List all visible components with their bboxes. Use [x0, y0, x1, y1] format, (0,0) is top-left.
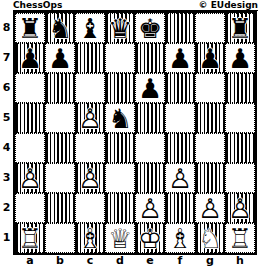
square-c5[interactable]: ♟♙ — [75, 103, 105, 133]
square-b3[interactable] — [45, 163, 75, 193]
square-e4[interactable] — [135, 133, 165, 163]
square-f8[interactable] — [165, 13, 195, 43]
square-e8[interactable]: ♚ — [135, 13, 165, 43]
square-f3[interactable]: ♟♙ — [165, 163, 195, 193]
black-knight-piece: ♞ — [106, 104, 134, 132]
square-e7[interactable] — [135, 43, 165, 73]
square-f1[interactable]: ♝♗ — [165, 223, 195, 253]
rank-label-2: 2 — [0, 193, 13, 223]
piece-glyph-outline: ♗ — [166, 224, 194, 252]
piece-glyph-outline: ♖ — [16, 224, 44, 252]
file-label-b: b — [45, 255, 75, 267]
square-b8[interactable]: ♞ — [45, 13, 75, 43]
black-knight-piece: ♞ — [46, 14, 74, 42]
piece-glyph-outline: ♖ — [226, 224, 254, 252]
white-pawn-piece: ♟♙ — [16, 164, 44, 192]
square-e5[interactable] — [135, 103, 165, 133]
square-d4[interactable] — [105, 133, 135, 163]
square-h4[interactable] — [225, 133, 255, 163]
rank-label-5: 5 — [0, 103, 13, 133]
piece-glyph-outline: ♙ — [76, 164, 104, 192]
file-label-f: f — [165, 255, 195, 267]
piece-glyph: ♜ — [16, 14, 44, 42]
black-bishop-piece: ♝ — [76, 14, 104, 42]
piece-glyph: ♟ — [226, 44, 254, 72]
file-label-a: a — [15, 255, 45, 267]
piece-glyph: ♟ — [46, 44, 74, 72]
piece-glyph-outline: ♙ — [196, 194, 224, 222]
square-f5[interactable] — [165, 103, 195, 133]
square-h6[interactable] — [225, 73, 255, 103]
square-c2[interactable] — [75, 193, 105, 223]
square-h5[interactable] — [225, 103, 255, 133]
white-knight-piece: ♞♘ — [196, 224, 224, 252]
piece-glyph: ♝ — [76, 14, 104, 42]
square-a4[interactable] — [15, 133, 45, 163]
square-b5[interactable] — [45, 103, 75, 133]
square-f7[interactable]: ♟ — [165, 43, 195, 73]
square-f4[interactable] — [165, 133, 195, 163]
white-pawn-piece: ♟♙ — [166, 164, 194, 192]
piece-glyph-outline: ♙ — [16, 164, 44, 192]
black-king-piece: ♚ — [136, 14, 164, 42]
square-g1[interactable]: ♞♘ — [195, 223, 225, 253]
square-e1[interactable]: ♚♔ — [135, 223, 165, 253]
piece-glyph-outline: ♙ — [76, 104, 104, 132]
black-rook-piece: ♜ — [16, 14, 44, 42]
rank-label-4: 4 — [0, 133, 13, 163]
square-b7[interactable]: ♟ — [45, 43, 75, 73]
square-c1[interactable]: ♝♗ — [75, 223, 105, 253]
square-d7[interactable] — [105, 43, 135, 73]
rank-label-6: 6 — [0, 73, 13, 103]
piece-glyph: ♛ — [106, 14, 134, 42]
black-pawn-piece: ♟ — [226, 44, 254, 72]
square-g7[interactable]: ♟ — [195, 43, 225, 73]
square-d3[interactable] — [105, 163, 135, 193]
square-g3[interactable] — [195, 163, 225, 193]
square-f2[interactable] — [165, 193, 195, 223]
square-b4[interactable] — [45, 133, 75, 163]
piece-glyph: ♟ — [16, 44, 44, 72]
white-rook-piece: ♜♖ — [16, 224, 44, 252]
square-c4[interactable] — [75, 133, 105, 163]
square-b2[interactable] — [45, 193, 75, 223]
header: ChessOps © EUdesign — [13, 0, 258, 11]
credit: © EUdesign — [199, 0, 258, 10]
black-pawn-piece: ♟ — [166, 44, 194, 72]
square-g5[interactable] — [195, 103, 225, 133]
square-a1[interactable]: ♜♖ — [15, 223, 45, 253]
rank-label-1: 1 — [0, 223, 13, 253]
piece-glyph-outline: ♕ — [106, 224, 134, 252]
file-label-h: h — [225, 255, 255, 267]
square-c8[interactable]: ♝ — [75, 13, 105, 43]
square-a5[interactable] — [15, 103, 45, 133]
piece-glyph: ♞ — [46, 14, 74, 42]
square-h3[interactable] — [225, 163, 255, 193]
rank-label-8: 8 — [0, 13, 13, 43]
square-h2[interactable]: ♟♙ — [225, 193, 255, 223]
file-label-g: g — [195, 255, 225, 267]
square-d6[interactable] — [105, 73, 135, 103]
chess-diagram: ChessOps © EUdesign 87654321 ♜♞♝♛♚♜♟♟♟♟♟… — [0, 0, 270, 270]
square-b6[interactable] — [45, 73, 75, 103]
black-rook-piece: ♜ — [226, 14, 254, 42]
black-queen-piece: ♛ — [106, 14, 134, 42]
black-pawn-piece: ♟ — [46, 44, 74, 72]
square-c3[interactable]: ♟♙ — [75, 163, 105, 193]
black-pawn-piece: ♟ — [16, 44, 44, 72]
square-d2[interactable] — [105, 193, 135, 223]
square-c6[interactable] — [75, 73, 105, 103]
piece-glyph: ♟ — [136, 74, 164, 102]
square-h1[interactable]: ♜♖ — [225, 223, 255, 253]
piece-glyph-outline: ♔ — [136, 224, 164, 252]
piece-glyph-outline: ♙ — [136, 194, 164, 222]
square-d5[interactable]: ♞ — [105, 103, 135, 133]
square-b1[interactable] — [45, 223, 75, 253]
square-a6[interactable] — [15, 73, 45, 103]
white-pawn-piece: ♟♙ — [136, 194, 164, 222]
file-labels: abcdefgh — [15, 255, 255, 267]
white-bishop-piece: ♝♗ — [76, 224, 104, 252]
rank-labels: 87654321 — [0, 13, 13, 253]
file-label-d: d — [105, 255, 135, 267]
chess-board: ♜♞♝♛♚♜♟♟♟♟♟♟♟♙♞♟♙♟♙♟♙♟♙♟♙♟♙♜♖♝♗♛♕♚♔♝♗♞♘♜… — [13, 11, 257, 255]
square-d1[interactable]: ♛♕ — [105, 223, 135, 253]
piece-glyph: ♚ — [136, 14, 164, 42]
square-c7[interactable] — [75, 43, 105, 73]
square-g4[interactable] — [195, 133, 225, 163]
piece-glyph: ♞ — [106, 104, 134, 132]
piece-glyph: ♟ — [196, 44, 224, 72]
square-g2[interactable]: ♟♙ — [195, 193, 225, 223]
rank-label-7: 7 — [0, 43, 13, 73]
square-a2[interactable] — [15, 193, 45, 223]
app-title: ChessOps — [13, 0, 62, 10]
square-a7[interactable]: ♟ — [15, 43, 45, 73]
file-label-c: c — [75, 255, 105, 267]
white-pawn-piece: ♟♙ — [76, 104, 104, 132]
square-g6[interactable] — [195, 73, 225, 103]
piece-glyph-outline: ♙ — [166, 164, 194, 192]
piece-glyph: ♟ — [166, 44, 194, 72]
white-rook-piece: ♜♖ — [226, 224, 254, 252]
square-e2[interactable]: ♟♙ — [135, 193, 165, 223]
square-a3[interactable]: ♟♙ — [15, 163, 45, 193]
white-queen-piece: ♛♕ — [106, 224, 134, 252]
piece-glyph-outline: ♙ — [226, 194, 254, 222]
square-a8[interactable]: ♜ — [15, 13, 45, 43]
square-h7[interactable]: ♟ — [225, 43, 255, 73]
white-pawn-piece: ♟♙ — [226, 194, 254, 222]
square-g8[interactable] — [195, 13, 225, 43]
black-pawn-piece: ♟ — [136, 74, 164, 102]
rank-label-3: 3 — [0, 163, 13, 193]
square-f6[interactable] — [165, 73, 195, 103]
piece-glyph-outline: ♗ — [76, 224, 104, 252]
file-label-e: e — [135, 255, 165, 267]
square-e3[interactable] — [135, 163, 165, 193]
square-e6[interactable]: ♟ — [135, 73, 165, 103]
square-d8[interactable]: ♛ — [105, 13, 135, 43]
piece-glyph: ♜ — [226, 14, 254, 42]
white-king-piece: ♚♔ — [136, 224, 164, 252]
black-pawn-piece: ♟ — [196, 44, 224, 72]
white-bishop-piece: ♝♗ — [166, 224, 194, 252]
white-pawn-piece: ♟♙ — [196, 194, 224, 222]
white-pawn-piece: ♟♙ — [76, 164, 104, 192]
piece-glyph-outline: ♘ — [196, 224, 224, 252]
square-h8[interactable]: ♜ — [225, 13, 255, 43]
